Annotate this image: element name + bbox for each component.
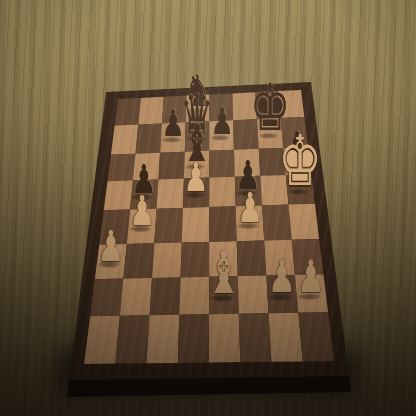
white-pawn-glyph: ♟ (97, 224, 124, 267)
black-pawn-glyph: ♟ (210, 103, 233, 140)
white-pawn-glyph: ♟ (268, 255, 296, 300)
white-king-glyph: ♚ (279, 126, 323, 196)
table-surface: ♞♟♛♟♚♝♟♟♟♟♚♟♟♟♝♟♟ (0, 0, 416, 416)
white-pawn-glyph: ♟ (298, 255, 326, 300)
white-pawn-glyph: ♟ (129, 191, 155, 232)
white-bishop-glyph: ♝ (205, 243, 242, 302)
pieces-layer: ♞♟♛♟♚♝♟♟♟♟♚♟♟♟♝♟♟ (0, 0, 416, 416)
white-pawn-glyph: ♟ (237, 188, 263, 229)
white-pawn-glyph: ♟ (184, 158, 209, 198)
